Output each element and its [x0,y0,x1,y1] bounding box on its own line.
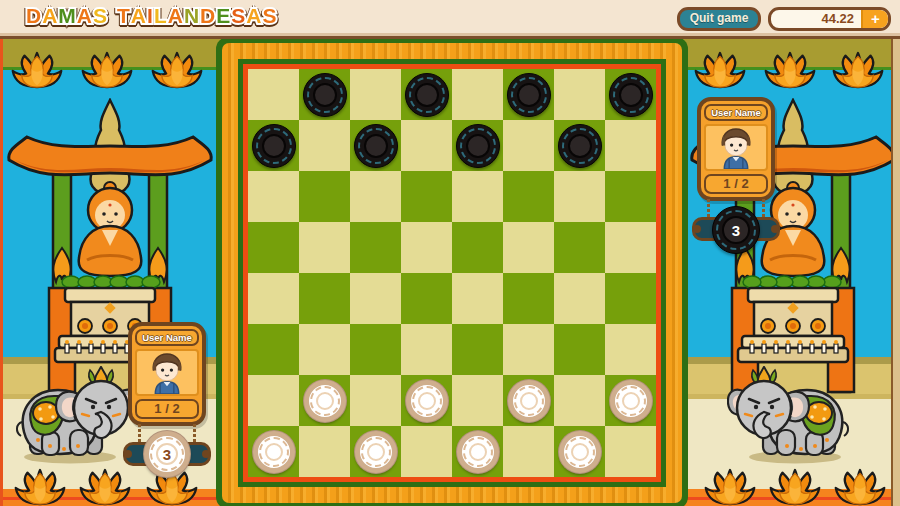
board-cell[interactable] [299,69,350,120]
avatar [137,351,197,394]
board-cell[interactable] [299,375,350,426]
board-cell[interactable] [503,120,554,171]
player-name: User Name [704,104,768,121]
board-cell[interactable] [605,171,656,222]
board-cell[interactable] [248,69,299,120]
lotus-icon [13,468,67,506]
board-cell[interactable] [452,426,503,477]
checker-black[interactable] [507,73,551,117]
board-cell[interactable] [299,273,350,324]
board-cell[interactable] [299,426,350,477]
board-cell[interactable] [452,324,503,375]
player-card-right: User Name 1 / 2 [697,97,775,201]
balance-value: 44.22 [771,10,861,28]
score-badge-right: 3 [692,199,780,241]
game-logo: DAMASTAILANDESAS [26,4,277,28]
board-cell[interactable] [248,426,299,477]
avatar [706,126,766,169]
board-inner-red-border [243,64,661,482]
board-cell[interactable] [452,222,503,273]
board-cell[interactable] [554,375,605,426]
board-cell[interactable] [350,120,401,171]
board-cell[interactable] [452,273,503,324]
player-name: User Name [135,329,199,346]
board-cell[interactable] [503,69,554,120]
checker-white[interactable] [304,380,346,422]
board-cell[interactable] [605,120,656,171]
board-cell[interactable] [401,171,452,222]
board-cell[interactable] [299,222,350,273]
badge-checker-white: 3 [144,431,190,477]
board-cell[interactable] [605,273,656,324]
board-cell[interactable] [401,426,452,477]
checker-black[interactable] [252,124,296,168]
board-cell[interactable] [554,324,605,375]
badge-count: 3 [732,222,740,239]
board-cell[interactable] [350,375,401,426]
checker-black[interactable] [609,73,653,117]
board-cell[interactable] [350,426,401,477]
board-cell[interactable] [554,120,605,171]
board-cell[interactable] [605,69,656,120]
board-cell[interactable] [605,426,656,477]
lotus-icon [80,51,134,89]
quit-game-button[interactable]: Quit game [677,7,761,31]
badge-checker-black: 3 [712,206,760,254]
board-cell[interactable] [248,222,299,273]
board-cell[interactable] [605,222,656,273]
player-score: 1 / 2 [704,174,768,194]
board-cell[interactable] [350,222,401,273]
left-edge-strip [0,39,3,506]
checker-black[interactable] [354,124,398,168]
board-cell[interactable] [350,273,401,324]
lotus-icon [831,51,885,89]
board-cell[interactable] [401,222,452,273]
lotus-icon [150,51,204,89]
lotus-icon [833,468,887,506]
board-cell[interactable] [299,171,350,222]
checker-white[interactable] [406,380,448,422]
board-cell[interactable] [554,222,605,273]
lotus-icon [768,468,822,506]
board-cell[interactable] [554,426,605,477]
board-cell[interactable] [350,69,401,120]
board-cell[interactable] [248,273,299,324]
checker-black[interactable] [456,124,500,168]
board-cell[interactable] [299,324,350,375]
checker-white[interactable] [355,431,397,473]
board-cell[interactable] [248,171,299,222]
lotus-icon [703,468,757,506]
lotus-icon [10,51,64,89]
board-cell[interactable] [401,69,452,120]
checker-white[interactable] [559,431,601,473]
right-edge-strip [891,39,900,506]
board-cell[interactable] [248,120,299,171]
board-cell[interactable] [350,171,401,222]
checker-black[interactable] [405,73,449,117]
board-cell[interactable] [503,324,554,375]
lotus-icon [763,51,817,89]
board-cell[interactable] [452,69,503,120]
board-cell[interactable] [401,120,452,171]
board-cell[interactable] [605,324,656,375]
score-badge-left: 3 [123,424,211,466]
checker-black[interactable] [303,73,347,117]
board-cell[interactable] [248,324,299,375]
board-cell[interactable] [554,69,605,120]
player-card-left: User Name 1 / 2 [128,322,206,426]
player-avatar [704,124,768,171]
board-cell[interactable] [503,273,554,324]
lotus-icon [78,468,132,506]
checker-black[interactable] [558,124,602,168]
badge-count: 3 [163,446,171,463]
board-cell[interactable] [452,375,503,426]
player-score: 1 / 2 [135,399,199,419]
balance-widget: 44.22 + [768,7,891,31]
lotus-icon [693,51,747,89]
board-cell[interactable] [299,120,350,171]
checkers-board [216,37,688,506]
board-cell[interactable] [401,273,452,324]
board-grid [248,69,656,477]
board-cell[interactable] [503,426,554,477]
board-cell[interactable] [605,375,656,426]
elephant-left [8,366,138,466]
board-cell[interactable] [401,324,452,375]
board-inner-green-border [238,59,666,487]
checker-white[interactable] [457,431,499,473]
add-funds-button[interactable]: + [861,10,888,28]
board-cell[interactable] [350,324,401,375]
board-frame [222,43,682,503]
board-cell[interactable] [503,375,554,426]
board-cell[interactable] [503,171,554,222]
board-cell[interactable] [452,171,503,222]
board-cell[interactable] [503,222,554,273]
game-screen: DAMASTAILANDESAS Quit game 44.22 + User … [0,0,900,506]
elephant-right [727,366,857,466]
board-cell[interactable] [248,375,299,426]
top-bar: DAMASTAILANDESAS Quit game 44.22 + [0,0,900,39]
checker-white[interactable] [610,380,652,422]
checker-white[interactable] [253,431,295,473]
board-cell[interactable] [554,171,605,222]
board-cell[interactable] [401,375,452,426]
board-cell[interactable] [554,273,605,324]
checker-white[interactable] [508,380,550,422]
player-avatar [135,349,199,396]
board-cell[interactable] [452,120,503,171]
